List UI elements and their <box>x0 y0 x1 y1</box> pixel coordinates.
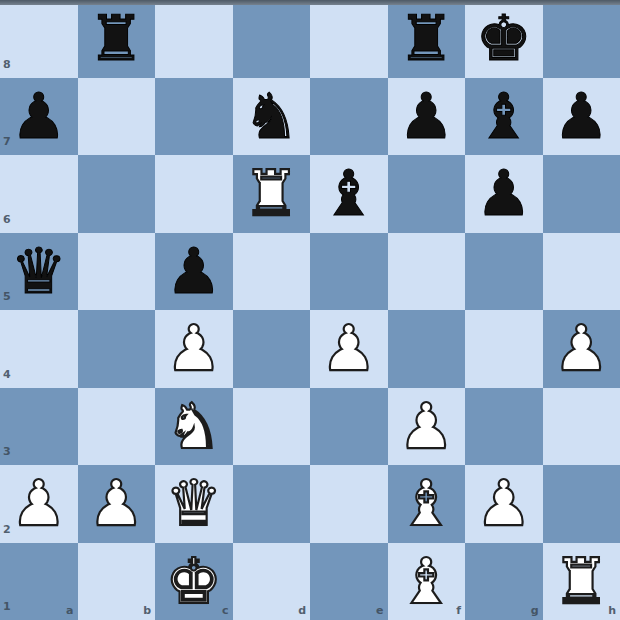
black-knight[interactable]: ♞ <box>233 78 311 156</box>
square-b3[interactable] <box>78 388 156 466</box>
square-c1[interactable]: ♚c <box>155 543 233 620</box>
square-g5[interactable] <box>465 233 543 311</box>
square-b2[interactable]: ♟ <box>78 465 156 543</box>
square-a2[interactable]: ♟2 <box>0 465 78 543</box>
square-a3[interactable]: 3 <box>0 388 78 466</box>
white-knight[interactable]: ♞ <box>155 388 233 466</box>
square-e6[interactable]: ♝ <box>310 155 388 233</box>
white-pawn[interactable]: ♟ <box>465 465 543 543</box>
white-rook[interactable]: ♜ <box>233 155 311 233</box>
square-c2[interactable]: ♛ <box>155 465 233 543</box>
white-pawn[interactable]: ♟ <box>388 388 466 466</box>
top-border-strip <box>0 0 620 5</box>
square-d2[interactable] <box>233 465 311 543</box>
square-f7[interactable]: ♟ <box>388 78 466 156</box>
square-b5[interactable] <box>78 233 156 311</box>
black-king[interactable]: ♚ <box>465 0 543 78</box>
white-rook[interactable]: ♜ <box>543 543 620 620</box>
square-d3[interactable] <box>233 388 311 466</box>
square-b8[interactable]: ♜ <box>78 0 156 78</box>
black-pawn[interactable]: ♟ <box>0 78 78 156</box>
white-bishop[interactable]: ♝ <box>388 465 466 543</box>
square-f3[interactable]: ♟ <box>388 388 466 466</box>
square-f1[interactable]: ♝f <box>388 543 466 620</box>
square-a5[interactable]: ♛5 <box>0 233 78 311</box>
square-e2[interactable] <box>310 465 388 543</box>
black-pawn[interactable]: ♟ <box>543 78 620 156</box>
square-e7[interactable] <box>310 78 388 156</box>
square-d8[interactable] <box>233 0 311 78</box>
square-h2[interactable] <box>543 465 620 543</box>
square-d1[interactable]: d <box>233 543 311 620</box>
file-label-e: e <box>376 604 383 617</box>
square-c4[interactable]: ♟ <box>155 310 233 388</box>
square-d4[interactable] <box>233 310 311 388</box>
square-d5[interactable] <box>233 233 311 311</box>
file-label-g: g <box>531 604 539 617</box>
white-queen[interactable]: ♛ <box>155 465 233 543</box>
square-a8[interactable]: 8 <box>0 0 78 78</box>
black-rook[interactable]: ♜ <box>388 0 466 78</box>
square-a7[interactable]: ♟7 <box>0 78 78 156</box>
square-f5[interactable] <box>388 233 466 311</box>
square-c7[interactable] <box>155 78 233 156</box>
white-pawn[interactable]: ♟ <box>310 310 388 388</box>
square-b6[interactable] <box>78 155 156 233</box>
square-h8[interactable] <box>543 0 620 78</box>
square-c6[interactable] <box>155 155 233 233</box>
rank-label-3: 3 <box>3 445 11 458</box>
square-b1[interactable]: b <box>78 543 156 620</box>
rank-label-8: 8 <box>3 58 11 71</box>
file-label-a: a <box>66 604 73 617</box>
rank-label-1: 1 <box>3 600 11 613</box>
square-c3[interactable]: ♞ <box>155 388 233 466</box>
black-pawn[interactable]: ♟ <box>155 233 233 311</box>
square-g6[interactable]: ♟ <box>465 155 543 233</box>
square-g2[interactable]: ♟ <box>465 465 543 543</box>
white-king[interactable]: ♚ <box>155 543 233 620</box>
square-h7[interactable]: ♟ <box>543 78 620 156</box>
square-a1[interactable]: 1a <box>0 543 78 620</box>
square-h3[interactable] <box>543 388 620 466</box>
black-queen[interactable]: ♛ <box>0 233 78 311</box>
square-e4[interactable]: ♟ <box>310 310 388 388</box>
white-bishop[interactable]: ♝ <box>388 543 466 620</box>
square-h5[interactable] <box>543 233 620 311</box>
square-a6[interactable]: 6 <box>0 155 78 233</box>
square-g8[interactable]: ♚ <box>465 0 543 78</box>
white-pawn[interactable]: ♟ <box>543 310 620 388</box>
square-e5[interactable] <box>310 233 388 311</box>
square-b4[interactable] <box>78 310 156 388</box>
square-d7[interactable]: ♞ <box>233 78 311 156</box>
square-h6[interactable] <box>543 155 620 233</box>
square-e3[interactable] <box>310 388 388 466</box>
black-bishop[interactable]: ♝ <box>310 155 388 233</box>
black-pawn[interactable]: ♟ <box>388 78 466 156</box>
square-d6[interactable]: ♜ <box>233 155 311 233</box>
file-label-b: b <box>143 604 151 617</box>
square-g7[interactable]: ♝ <box>465 78 543 156</box>
square-h1[interactable]: ♜h <box>543 543 620 620</box>
square-f6[interactable] <box>388 155 466 233</box>
chess-board: 8♜♜♚♟7♞♟♝♟6♜♝♟♛5♟4♟♟♟3♞♟♟2♟♛♝♟1ab♚cde♝fg… <box>0 0 620 620</box>
square-b7[interactable] <box>78 78 156 156</box>
white-pawn[interactable]: ♟ <box>78 465 156 543</box>
white-pawn[interactable]: ♟ <box>0 465 78 543</box>
square-c5[interactable]: ♟ <box>155 233 233 311</box>
rank-label-4: 4 <box>3 368 11 381</box>
square-c8[interactable] <box>155 0 233 78</box>
square-g4[interactable] <box>465 310 543 388</box>
square-e8[interactable] <box>310 0 388 78</box>
black-rook[interactable]: ♜ <box>78 0 156 78</box>
square-g1[interactable]: g <box>465 543 543 620</box>
black-pawn[interactable]: ♟ <box>465 155 543 233</box>
square-e1[interactable]: e <box>310 543 388 620</box>
square-h4[interactable]: ♟ <box>543 310 620 388</box>
square-f4[interactable] <box>388 310 466 388</box>
square-g3[interactable] <box>465 388 543 466</box>
white-pawn[interactable]: ♟ <box>155 310 233 388</box>
square-f2[interactable]: ♝ <box>388 465 466 543</box>
square-f8[interactable]: ♜ <box>388 0 466 78</box>
file-label-d: d <box>298 604 306 617</box>
black-bishop[interactable]: ♝ <box>465 78 543 156</box>
square-a4[interactable]: 4 <box>0 310 78 388</box>
rank-label-6: 6 <box>3 213 11 226</box>
chess-app: 8♜♜♚♟7♞♟♝♟6♜♝♟♛5♟4♟♟♟3♞♟♟2♟♛♝♟1ab♚cde♝fg… <box>0 0 620 620</box>
